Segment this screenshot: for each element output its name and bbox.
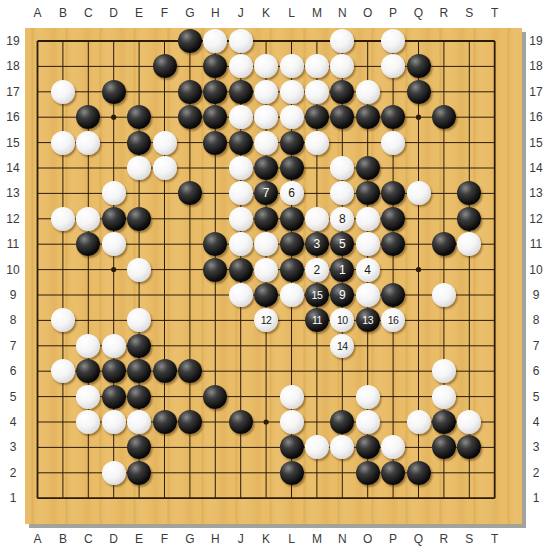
stone-black-P9[interactable] — [381, 283, 405, 307]
stone-black-H16[interactable] — [203, 105, 227, 129]
stone-black-N11[interactable]: 5 — [330, 232, 354, 256]
coord-top-B: B — [59, 7, 67, 19]
stone-white-L9[interactable] — [280, 283, 304, 307]
star-point-D10 — [111, 267, 116, 272]
stone-black-P11[interactable] — [381, 232, 405, 256]
coord-bottom-P: P — [389, 533, 397, 545]
stone-white-M10[interactable]: 2 — [305, 258, 329, 282]
coord-top-M: M — [312, 7, 322, 19]
stone-black-L12[interactable] — [280, 207, 304, 231]
coord-left-13: 13 — [6, 187, 19, 199]
stone-black-M9[interactable]: 15 — [305, 283, 329, 307]
stone-black-L11[interactable] — [280, 232, 304, 256]
stone-black-L14[interactable] — [280, 156, 304, 180]
coord-bottom-R: R — [440, 533, 449, 545]
stone-black-H15[interactable] — [203, 131, 227, 155]
stone-white-L4[interactable] — [280, 410, 304, 434]
stone-black-E7[interactable] — [127, 334, 151, 358]
move-number-label: 1 — [339, 264, 346, 276]
stone-white-B15[interactable] — [51, 131, 75, 155]
stone-black-F4[interactable] — [153, 410, 177, 434]
stone-white-K18[interactable] — [254, 54, 278, 78]
coord-left-12: 12 — [6, 213, 19, 225]
stone-black-R4[interactable] — [432, 410, 456, 434]
stone-black-N16[interactable] — [330, 105, 354, 129]
move-number-label: 13 — [362, 315, 373, 326]
stone-white-D4[interactable] — [102, 410, 126, 434]
coord-right-1: 1 — [533, 492, 540, 504]
stone-white-B17[interactable] — [51, 80, 75, 104]
stone-white-D13[interactable] — [102, 181, 126, 205]
stone-black-G17[interactable] — [178, 80, 202, 104]
stone-white-P15[interactable] — [381, 131, 405, 155]
coord-top-G: G — [185, 7, 194, 19]
stone-white-J14[interactable] — [229, 156, 253, 180]
stone-black-G13[interactable] — [178, 181, 202, 205]
stone-black-Q2[interactable] — [407, 461, 431, 485]
stone-white-M17[interactable] — [305, 80, 329, 104]
coord-right-8: 8 — [533, 314, 540, 326]
move-number-label: 7 — [263, 187, 270, 199]
coord-left-17: 17 — [6, 86, 19, 98]
stone-black-K14[interactable] — [254, 156, 278, 180]
stone-black-D17[interactable] — [102, 80, 126, 104]
stone-white-L17[interactable] — [280, 80, 304, 104]
stone-black-S3[interactable] — [457, 435, 481, 459]
stone-white-C12[interactable] — [76, 207, 100, 231]
stone-black-J15[interactable] — [229, 131, 253, 155]
stone-black-H5[interactable] — [203, 385, 227, 409]
coord-bottom-A: A — [33, 533, 41, 545]
stone-black-K12[interactable] — [254, 207, 278, 231]
stone-white-M12[interactable] — [305, 207, 329, 231]
coord-bottom-M: M — [312, 533, 322, 545]
stone-black-L15[interactable] — [280, 131, 304, 155]
stone-white-O9[interactable] — [356, 283, 380, 307]
stone-white-D2[interactable] — [102, 461, 126, 485]
stone-black-J10[interactable] — [229, 258, 253, 282]
stone-black-R3[interactable] — [432, 435, 456, 459]
stone-black-H18[interactable] — [203, 54, 227, 78]
coord-left-16: 16 — [6, 111, 19, 123]
stone-white-E10[interactable] — [127, 258, 151, 282]
move-number-label: 4 — [364, 264, 371, 276]
move-number-label: 3 — [314, 238, 321, 250]
stone-white-R5[interactable] — [432, 385, 456, 409]
go-diagram-page: 76835214159121110131614 AABBCCDDEEFFGGHH… — [0, 0, 550, 550]
stone-black-O16[interactable] — [356, 105, 380, 129]
stone-white-O5[interactable] — [356, 385, 380, 409]
coord-right-4: 4 — [533, 416, 540, 428]
coord-bottom-E: E — [135, 533, 143, 545]
stone-black-O3[interactable] — [356, 435, 380, 459]
stone-black-E3[interactable] — [127, 435, 151, 459]
stone-white-N7[interactable]: 14 — [330, 334, 354, 358]
move-number-label: 15 — [312, 290, 323, 301]
stone-black-E16[interactable] — [127, 105, 151, 129]
stone-black-N9[interactable]: 9 — [330, 283, 354, 307]
stone-black-O8[interactable]: 13 — [356, 308, 380, 332]
coord-top-S: S — [465, 7, 473, 19]
stone-white-J19[interactable] — [229, 29, 253, 53]
stone-white-N18[interactable] — [330, 54, 354, 78]
stone-black-C11[interactable] — [76, 232, 100, 256]
move-number-label: 2 — [314, 264, 321, 276]
coord-left-11: 11 — [7, 238, 19, 250]
stone-black-L10[interactable] — [280, 258, 304, 282]
stone-white-P3[interactable] — [381, 435, 405, 459]
stone-black-E15[interactable] — [127, 131, 151, 155]
stone-black-H17[interactable] — [203, 80, 227, 104]
stone-black-R16[interactable] — [432, 105, 456, 129]
stone-white-K10[interactable] — [254, 258, 278, 282]
coord-bottom-O: O — [363, 533, 372, 545]
stone-black-G19[interactable] — [178, 29, 202, 53]
stone-white-C5[interactable] — [76, 385, 100, 409]
stone-white-J16[interactable] — [229, 105, 253, 129]
stone-black-E2[interactable] — [127, 461, 151, 485]
stone-black-M11[interactable]: 3 — [305, 232, 329, 256]
coord-bottom-S: S — [465, 533, 473, 545]
stone-black-P13[interactable] — [381, 181, 405, 205]
stone-black-S12[interactable] — [457, 207, 481, 231]
stone-white-J9[interactable] — [229, 283, 253, 307]
coord-right-15: 15 — [529, 137, 542, 149]
goban[interactable]: 76835214159121110131614 — [25, 28, 522, 524]
stone-white-K16[interactable] — [254, 105, 278, 129]
coord-right-19: 19 — [529, 35, 542, 47]
stone-white-K11[interactable] — [254, 232, 278, 256]
stone-white-S4[interactable] — [457, 410, 481, 434]
stone-black-C16[interactable] — [76, 105, 100, 129]
stone-white-F15[interactable] — [153, 131, 177, 155]
stone-black-O2[interactable] — [356, 461, 380, 485]
coord-top-O: O — [363, 7, 372, 19]
coord-top-C: C — [84, 7, 93, 19]
stone-white-P19[interactable] — [381, 29, 405, 53]
coord-left-1: 1 — [10, 492, 17, 504]
coord-bottom-D: D — [109, 533, 118, 545]
stone-black-N4[interactable] — [330, 410, 354, 434]
stone-black-C6[interactable] — [76, 359, 100, 383]
stone-white-H19[interactable] — [203, 29, 227, 53]
star-point-Q16 — [416, 115, 421, 120]
stone-white-B6[interactable] — [51, 359, 75, 383]
coord-top-R: R — [440, 7, 449, 19]
stone-black-N10[interactable]: 1 — [330, 258, 354, 282]
coord-bottom-L: L — [288, 533, 295, 545]
coord-top-L: L — [288, 7, 295, 19]
coord-top-A: A — [33, 7, 41, 19]
stone-white-N14[interactable] — [330, 156, 354, 180]
coord-right-17: 17 — [529, 86, 542, 98]
coord-left-18: 18 — [6, 60, 19, 72]
coord-bottom-N: N — [338, 533, 347, 545]
coord-top-H: H — [211, 7, 220, 19]
stone-black-D6[interactable] — [102, 359, 126, 383]
move-number-label: 16 — [388, 315, 399, 326]
stone-black-H10[interactable] — [203, 258, 227, 282]
coord-left-14: 14 — [6, 162, 19, 174]
stone-black-J4[interactable] — [229, 410, 253, 434]
coord-right-18: 18 — [529, 60, 542, 72]
stone-white-J13[interactable] — [229, 181, 253, 205]
coord-bottom-G: G — [185, 533, 194, 545]
stone-white-R9[interactable] — [432, 283, 456, 307]
stone-black-E12[interactable] — [127, 207, 151, 231]
stone-white-N12[interactable]: 8 — [330, 207, 354, 231]
stone-black-Q17[interactable] — [407, 80, 431, 104]
stone-white-J18[interactable] — [229, 54, 253, 78]
star-point-D16 — [111, 115, 116, 120]
stone-white-D7[interactable] — [102, 334, 126, 358]
stone-white-J12[interactable] — [229, 207, 253, 231]
stone-black-L3[interactable] — [280, 435, 304, 459]
stone-black-K9[interactable] — [254, 283, 278, 307]
coord-top-J: J — [238, 7, 244, 19]
stone-black-E5[interactable] — [127, 385, 151, 409]
stone-white-M18[interactable] — [305, 54, 329, 78]
stone-black-E6[interactable] — [127, 359, 151, 383]
stone-white-O12[interactable] — [356, 207, 380, 231]
coord-left-10: 10 — [6, 264, 19, 276]
star-point-Q10 — [416, 267, 421, 272]
star-point-K4 — [264, 419, 269, 424]
coord-left-7: 7 — [10, 340, 17, 352]
stone-white-E8[interactable] — [127, 308, 151, 332]
coord-right-5: 5 — [533, 391, 540, 403]
move-number-label: 14 — [337, 341, 348, 352]
coord-bottom-K: K — [262, 533, 270, 545]
stone-black-N17[interactable] — [330, 80, 354, 104]
stone-black-J17[interactable] — [229, 80, 253, 104]
stone-white-B12[interactable] — [51, 207, 75, 231]
stone-white-R6[interactable] — [432, 359, 456, 383]
stone-white-O4[interactable] — [356, 410, 380, 434]
stone-white-C4[interactable] — [76, 410, 100, 434]
coord-left-6: 6 — [10, 365, 17, 377]
move-number-label: 6 — [288, 187, 295, 199]
stone-black-H11[interactable] — [203, 232, 227, 256]
stone-black-G16[interactable] — [178, 105, 202, 129]
stone-white-O10[interactable]: 4 — [356, 258, 380, 282]
coord-top-N: N — [338, 7, 347, 19]
stone-black-G4[interactable] — [178, 410, 202, 434]
stone-black-M16[interactable] — [305, 105, 329, 129]
coord-bottom-H: H — [211, 533, 220, 545]
coord-top-D: D — [109, 7, 118, 19]
move-number-label: 11 — [312, 315, 322, 326]
coord-bottom-T: T — [491, 533, 498, 545]
stone-white-J11[interactable] — [229, 232, 253, 256]
coord-left-3: 3 — [10, 441, 17, 453]
coord-left-9: 9 — [10, 289, 17, 301]
coord-top-E: E — [135, 7, 143, 19]
stone-white-Q13[interactable] — [407, 181, 431, 205]
stone-black-Q18[interactable] — [407, 54, 431, 78]
stone-black-P16[interactable] — [381, 105, 405, 129]
stone-black-S13[interactable] — [457, 181, 481, 205]
coord-right-14: 14 — [529, 162, 542, 174]
coord-left-15: 15 — [6, 137, 19, 149]
coord-top-P: P — [389, 7, 397, 19]
coord-bottom-J: J — [238, 533, 244, 545]
coord-bottom-F: F — [161, 533, 168, 545]
coord-top-Q: Q — [414, 7, 423, 19]
coord-top-T: T — [491, 7, 498, 19]
stone-black-P12[interactable] — [381, 207, 405, 231]
coord-right-2: 2 — [533, 467, 540, 479]
stone-white-P8[interactable]: 16 — [381, 308, 405, 332]
stone-white-C15[interactable] — [76, 131, 100, 155]
coord-right-7: 7 — [533, 340, 540, 352]
stone-black-O14[interactable] — [356, 156, 380, 180]
stone-black-F18[interactable] — [153, 54, 177, 78]
coord-right-12: 12 — [529, 213, 542, 225]
stone-white-L13[interactable]: 6 — [280, 181, 304, 205]
move-number-label: 8 — [339, 213, 346, 225]
coord-right-9: 9 — [533, 289, 540, 301]
stone-white-O17[interactable] — [356, 80, 380, 104]
stone-white-K17[interactable] — [254, 80, 278, 104]
coord-left-8: 8 — [10, 314, 17, 326]
stone-black-G6[interactable] — [178, 359, 202, 383]
stone-white-N3[interactable] — [330, 435, 354, 459]
stone-white-E14[interactable] — [127, 156, 151, 180]
stone-black-R11[interactable] — [432, 232, 456, 256]
coord-bottom-C: C — [84, 533, 93, 545]
stone-white-S11[interactable] — [457, 232, 481, 256]
stone-white-L5[interactable] — [280, 385, 304, 409]
stone-white-D11[interactable] — [102, 232, 126, 256]
stone-white-N13[interactable] — [330, 181, 354, 205]
stone-white-Q4[interactable] — [407, 410, 431, 434]
move-number-label: 12 — [261, 315, 272, 326]
coord-bottom-B: B — [59, 533, 67, 545]
stone-white-N19[interactable] — [330, 29, 354, 53]
stone-black-L2[interactable] — [280, 461, 304, 485]
stone-white-M3[interactable] — [305, 435, 329, 459]
stone-black-D5[interactable] — [102, 385, 126, 409]
coord-right-3: 3 — [533, 441, 540, 453]
stone-white-F14[interactable] — [153, 156, 177, 180]
coord-right-6: 6 — [533, 365, 540, 377]
stone-black-M8[interactable]: 11 — [305, 308, 329, 332]
coord-top-K: K — [262, 7, 270, 19]
coord-left-4: 4 — [10, 416, 17, 428]
coord-left-19: 19 — [6, 35, 19, 47]
move-number-label: 9 — [339, 289, 346, 301]
stone-black-K13[interactable]: 7 — [254, 181, 278, 205]
coord-bottom-Q: Q — [414, 533, 423, 545]
stone-white-L18[interactable] — [280, 54, 304, 78]
stone-black-P2[interactable] — [381, 461, 405, 485]
stone-black-F6[interactable] — [153, 359, 177, 383]
coord-left-5: 5 — [10, 391, 17, 403]
stone-white-P18[interactable] — [381, 54, 405, 78]
coord-left-2: 2 — [10, 467, 17, 479]
stone-white-M15[interactable] — [305, 131, 329, 155]
stone-black-D12[interactable] — [102, 207, 126, 231]
coord-top-F: F — [161, 7, 168, 19]
stone-white-C7[interactable] — [76, 334, 100, 358]
coord-right-10: 10 — [529, 264, 542, 276]
move-number-label: 5 — [339, 238, 346, 250]
stone-white-E4[interactable] — [127, 410, 151, 434]
stone-white-O11[interactable] — [356, 232, 380, 256]
stone-black-O13[interactable] — [356, 181, 380, 205]
stone-white-K15[interactable] — [254, 131, 278, 155]
coord-right-11: 11 — [530, 238, 542, 250]
coord-right-13: 13 — [529, 187, 542, 199]
move-number-label: 10 — [337, 315, 348, 326]
coord-right-16: 16 — [529, 111, 542, 123]
stone-white-B8[interactable] — [51, 308, 75, 332]
stone-white-K8[interactable]: 12 — [254, 308, 278, 332]
stone-white-L16[interactable] — [280, 105, 304, 129]
stone-white-N8[interactable]: 10 — [330, 308, 354, 332]
